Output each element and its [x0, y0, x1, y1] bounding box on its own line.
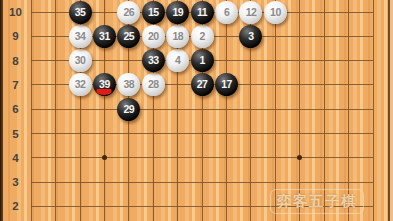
row-label-9: 9 [2, 30, 29, 42]
stone-12-J10: 12 [239, 1, 262, 24]
grid-vline-col-14 [348, 0, 349, 221]
grid-vline-col-12 [299, 0, 300, 221]
stone-25-E9: 25 [117, 25, 140, 48]
stone-19-G10: 19 [166, 1, 189, 24]
stone-34-C9: 34 [69, 25, 92, 48]
row-label-5: 5 [2, 128, 29, 140]
stone-4-G8: 4 [166, 49, 189, 72]
stone-17-I7: 17 [215, 73, 238, 96]
grid-hline-row-5 [31, 133, 373, 134]
app-watermark: 弈客五子棋 [270, 189, 364, 214]
row-label-4: 4 [2, 152, 29, 164]
last-move-marker [97, 89, 112, 95]
stone-26-E10: 26 [117, 1, 140, 24]
stone-20-F9: 20 [142, 25, 165, 48]
row-label-8: 8 [2, 55, 29, 67]
stone-6-I10: 6 [215, 1, 238, 24]
grid-vline-col-1 [31, 0, 32, 221]
row-label-3: 3 [2, 176, 29, 188]
stone-39-D7: 39 [93, 73, 116, 96]
stone-31-D9: 31 [93, 25, 116, 48]
stone-2-H9: 2 [191, 25, 214, 48]
stone-1-H8: 1 [191, 49, 214, 72]
stone-30-C8: 30 [69, 49, 92, 72]
grid-hline-row-4 [31, 157, 373, 158]
stone-10-K10: 10 [264, 1, 287, 24]
star-point [102, 155, 107, 160]
star-point [297, 155, 302, 160]
stone-28-F7: 28 [142, 73, 165, 96]
grid-hline-row-6 [31, 109, 373, 110]
row-label-2: 2 [2, 200, 29, 212]
stone-33-F8: 33 [142, 49, 165, 72]
row-label-7: 7 [2, 79, 29, 91]
stone-11-H10: 11 [191, 1, 214, 24]
stone-38-E7: 38 [117, 73, 140, 96]
grid-vline-col-15 [373, 0, 374, 221]
stone-35-C10: 35 [69, 1, 92, 24]
row-label-10: 10 [2, 6, 29, 18]
row-label-6: 6 [2, 103, 29, 115]
grid-vline-col-9 [226, 0, 227, 221]
grid-vline-col-13 [324, 0, 325, 221]
grid-vline-col-2 [55, 0, 56, 221]
board-grid[interactable]: 1098765432123461011121517181920252627282… [0, 0, 393, 221]
stone-29-E6: 29 [117, 98, 140, 121]
stone-32-C7: 32 [69, 73, 92, 96]
stone-15-F10: 15 [142, 1, 165, 24]
grid-hline-row-3 [31, 182, 373, 183]
grid-vline-col-11 [275, 0, 276, 221]
stone-18-G9: 18 [166, 25, 189, 48]
stone-27-H7: 27 [191, 73, 214, 96]
gomoku-board-screen: 1098765432123461011121517181920252627282… [0, 0, 393, 221]
stone-3-J9: 3 [239, 25, 262, 48]
